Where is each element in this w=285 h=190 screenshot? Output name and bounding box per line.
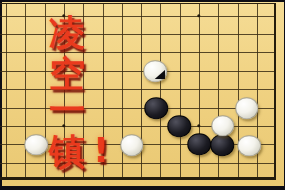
grid-horizontal-line <box>0 52 276 53</box>
white-stone-H13-marked <box>143 60 167 82</box>
grid-horizontal-line <box>0 89 276 90</box>
black-stone-H11 <box>144 97 168 119</box>
white-stone-M11 <box>235 97 259 119</box>
grid-horizontal-line <box>0 16 276 17</box>
grid-vertical-line <box>6 3 7 177</box>
caption-char: ! <box>93 133 109 167</box>
white-stone-L10 <box>211 115 235 137</box>
caption-char: 凌 <box>49 15 85 51</box>
white-stone-G9 <box>120 134 144 156</box>
grid-horizontal-line <box>0 34 276 35</box>
black-stone-K9 <box>187 133 211 155</box>
board-top-edge-line <box>0 3 276 4</box>
caption-char: 一 <box>49 92 85 128</box>
board-bottom-edge-line <box>0 177 276 179</box>
grid-vertical-line <box>180 3 181 177</box>
black-stone-L9 <box>211 134 235 156</box>
video-frame: 凌空一镇! <box>0 0 285 190</box>
grid-horizontal-line <box>0 71 276 72</box>
grid-vertical-line <box>160 3 161 177</box>
triangle-last-move-marker <box>153 68 165 79</box>
black-stone-J10 <box>167 115 191 137</box>
board-right-edge-line <box>274 3 276 180</box>
grid-horizontal-line <box>0 163 276 164</box>
white-stone-M9 <box>237 135 261 157</box>
caption-char: 空 <box>49 56 85 92</box>
white-stone-C9 <box>24 134 48 156</box>
caption-char: 镇 <box>49 134 85 170</box>
